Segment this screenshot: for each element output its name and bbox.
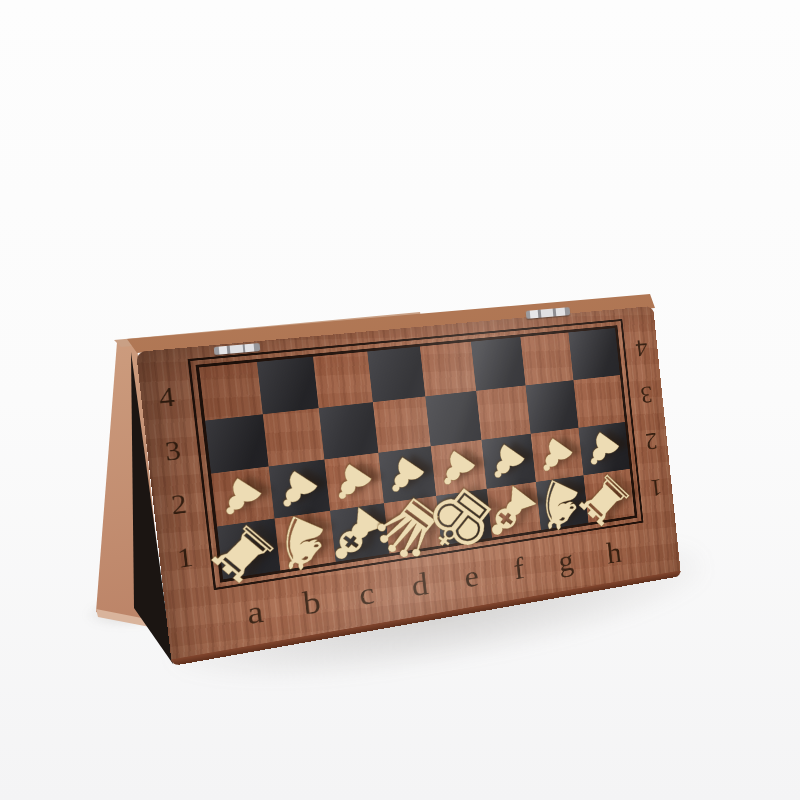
product-photo-scene: 4 3 2 1 4 3 2 1 ♟♟♟♟♟♟♟♟♜♞♝♛♚♝♞♜ a b c d (0, 0, 800, 800)
